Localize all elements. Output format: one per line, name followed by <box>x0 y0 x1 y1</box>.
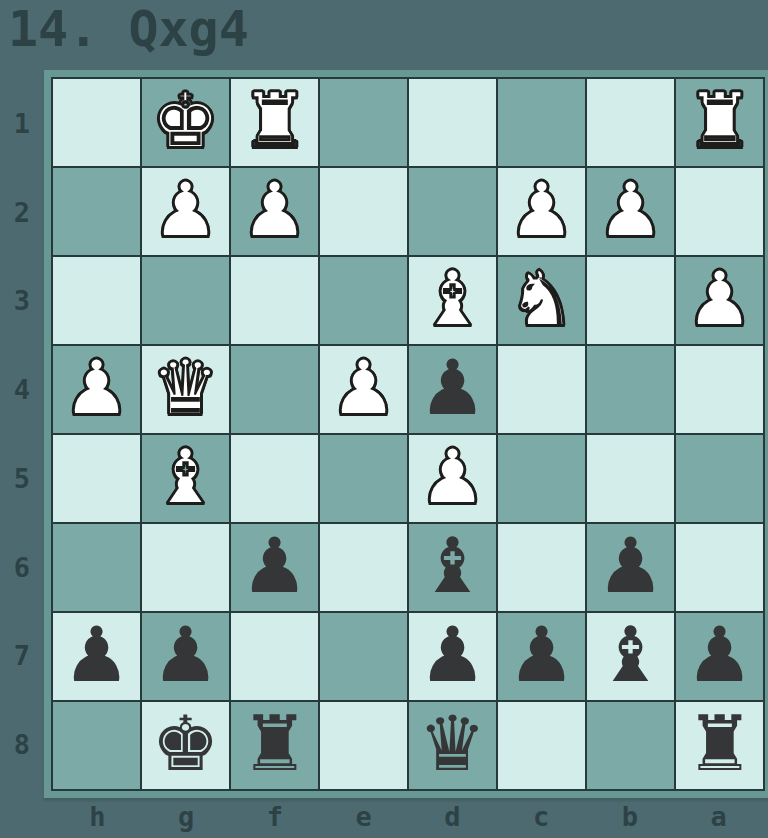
square-g5[interactable]: ♝ <box>142 435 229 522</box>
black-bishop-d6[interactable]: ♝ <box>418 528 486 604</box>
square-f8[interactable]: ♜ <box>231 702 318 789</box>
white-knight-c3[interactable]: ♞ <box>507 261 575 337</box>
rank-label-4: 4 <box>0 345 44 434</box>
square-a4[interactable] <box>676 346 763 433</box>
black-pawn-c7[interactable]: ♟ <box>507 617 575 693</box>
file-label-h: h <box>53 796 142 836</box>
rank-label-3: 3 <box>0 257 44 346</box>
white-pawn-h4[interactable]: ♟ <box>62 350 130 426</box>
white-pawn-c2[interactable]: ♟ <box>507 172 575 248</box>
board-frame: ♚♜♜♟♟♟♟♝♞♟♟♛♟♟♝♟♟♝♟♟♟♟♟♝♟♚♜♛♜ <box>44 70 768 798</box>
file-label-c: c <box>497 796 586 836</box>
chess-board: ♚♜♜♟♟♟♟♝♞♟♟♛♟♟♝♟♟♝♟♟♟♟♟♝♟♚♜♛♜ <box>51 77 765 791</box>
rank-label-5: 5 <box>0 434 44 523</box>
square-e3[interactable] <box>320 257 407 344</box>
black-pawn-d7[interactable]: ♟ <box>418 617 486 693</box>
white-pawn-a3[interactable]: ♟ <box>685 261 753 337</box>
square-b1[interactable] <box>587 79 674 166</box>
rank-label-2: 2 <box>0 168 44 257</box>
square-d2[interactable] <box>409 168 496 255</box>
black-pawn-d4[interactable]: ♟ <box>418 350 486 426</box>
square-b7[interactable]: ♝ <box>587 613 674 700</box>
black-pawn-g7[interactable]: ♟ <box>151 617 219 693</box>
black-rook-a8[interactable]: ♜ <box>685 706 753 782</box>
square-h6[interactable] <box>53 524 140 611</box>
square-h8[interactable] <box>53 702 140 789</box>
black-pawn-h7[interactable]: ♟ <box>62 617 130 693</box>
square-g2[interactable]: ♟ <box>142 168 229 255</box>
square-f1[interactable]: ♜ <box>231 79 318 166</box>
file-labels: hgfedcba <box>53 796 763 836</box>
square-b5[interactable] <box>587 435 674 522</box>
square-h7[interactable]: ♟ <box>53 613 140 700</box>
square-e4[interactable]: ♟ <box>320 346 407 433</box>
move-annotation: 14. Qxg4 <box>8 2 249 57</box>
square-a1[interactable]: ♜ <box>676 79 763 166</box>
square-d3[interactable]: ♝ <box>409 257 496 344</box>
square-b8[interactable] <box>587 702 674 789</box>
square-f3[interactable] <box>231 257 318 344</box>
white-pawn-d5[interactable]: ♟ <box>418 439 486 515</box>
rank-label-1: 1 <box>0 79 44 168</box>
square-c2[interactable]: ♟ <box>498 168 585 255</box>
rank-label-8: 8 <box>0 700 44 789</box>
file-label-d: d <box>408 796 497 836</box>
square-e8[interactable] <box>320 702 407 789</box>
square-g8[interactable]: ♚ <box>142 702 229 789</box>
white-pawn-b2[interactable]: ♟ <box>596 172 664 248</box>
square-g4[interactable]: ♛ <box>142 346 229 433</box>
black-queen-d8[interactable]: ♛ <box>418 706 486 782</box>
square-d7[interactable]: ♟ <box>409 613 496 700</box>
rank-label-7: 7 <box>0 612 44 701</box>
file-label-f: f <box>231 796 320 836</box>
square-b3[interactable] <box>587 257 674 344</box>
black-pawn-b6[interactable]: ♟ <box>596 528 664 604</box>
square-c8[interactable] <box>498 702 585 789</box>
square-h5[interactable] <box>53 435 140 522</box>
square-e5[interactable] <box>320 435 407 522</box>
square-a2[interactable] <box>676 168 763 255</box>
file-label-g: g <box>142 796 231 836</box>
file-label-b: b <box>586 796 675 836</box>
square-c6[interactable] <box>498 524 585 611</box>
square-c4[interactable] <box>498 346 585 433</box>
file-label-a: a <box>674 796 763 836</box>
square-d1[interactable] <box>409 79 496 166</box>
square-c1[interactable] <box>498 79 585 166</box>
square-g7[interactable]: ♟ <box>142 613 229 700</box>
square-d8[interactable]: ♛ <box>409 702 496 789</box>
square-c5[interactable] <box>498 435 585 522</box>
square-e7[interactable] <box>320 613 407 700</box>
square-a8[interactable]: ♜ <box>676 702 763 789</box>
white-rook-f1[interactable]: ♜ <box>240 83 308 159</box>
black-rook-f8[interactable]: ♜ <box>240 706 308 782</box>
white-bishop-d3[interactable]: ♝ <box>418 261 486 337</box>
square-a7[interactable]: ♟ <box>676 613 763 700</box>
black-pawn-f6[interactable]: ♟ <box>240 528 308 604</box>
square-d5[interactable]: ♟ <box>409 435 496 522</box>
white-rook-a1[interactable]: ♜ <box>685 83 753 159</box>
square-a6[interactable] <box>676 524 763 611</box>
white-bishop-g5[interactable]: ♝ <box>151 439 219 515</box>
square-c7[interactable]: ♟ <box>498 613 585 700</box>
square-c3[interactable]: ♞ <box>498 257 585 344</box>
square-h4[interactable]: ♟ <box>53 346 140 433</box>
square-f2[interactable]: ♟ <box>231 168 318 255</box>
square-h1[interactable] <box>53 79 140 166</box>
square-b6[interactable]: ♟ <box>587 524 674 611</box>
square-f7[interactable] <box>231 613 318 700</box>
square-e6[interactable] <box>320 524 407 611</box>
square-f6[interactable]: ♟ <box>231 524 318 611</box>
black-pawn-a7[interactable]: ♟ <box>685 617 753 693</box>
square-b2[interactable]: ♟ <box>587 168 674 255</box>
square-f5[interactable] <box>231 435 318 522</box>
white-pawn-f2[interactable]: ♟ <box>240 172 308 248</box>
black-bishop-b7[interactable]: ♝ <box>596 617 664 693</box>
square-g6[interactable] <box>142 524 229 611</box>
black-king-g8[interactable]: ♚ <box>151 706 219 782</box>
white-queen-g4[interactable]: ♛ <box>151 350 219 426</box>
square-g3[interactable] <box>142 257 229 344</box>
square-e2[interactable] <box>320 168 407 255</box>
square-h2[interactable] <box>53 168 140 255</box>
square-b4[interactable] <box>587 346 674 433</box>
square-a5[interactable] <box>676 435 763 522</box>
white-pawn-e4[interactable]: ♟ <box>329 350 397 426</box>
white-pawn-g2[interactable]: ♟ <box>151 172 219 248</box>
square-f4[interactable] <box>231 346 318 433</box>
square-a3[interactable]: ♟ <box>676 257 763 344</box>
square-h3[interactable] <box>53 257 140 344</box>
rank-label-6: 6 <box>0 523 44 612</box>
square-d4[interactable]: ♟ <box>409 346 496 433</box>
square-d6[interactable]: ♝ <box>409 524 496 611</box>
rank-labels: 12345678 <box>0 79 44 789</box>
white-king-g1[interactable]: ♚ <box>151 83 219 159</box>
square-e1[interactable] <box>320 79 407 166</box>
square-g1[interactable]: ♚ <box>142 79 229 166</box>
file-label-e: e <box>319 796 408 836</box>
